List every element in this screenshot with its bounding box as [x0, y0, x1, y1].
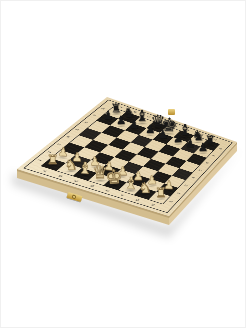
- hinge: [168, 109, 175, 115]
- chess-set-product-photo: 12345678 12345678 ABCDEFGH ABCDEFGH ♜♞♝♛…: [0, 0, 246, 328]
